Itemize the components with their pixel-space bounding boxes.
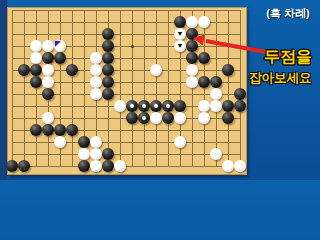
left-border-strip [0,0,7,180]
stone-white [90,52,102,64]
stone-black [42,124,54,136]
stone-white [210,88,222,100]
stone-black [102,160,114,172]
video-frame: { "game": "go", "caption": { "turn_indic… [0,0,320,180]
stone-black [186,52,198,64]
stone-black [30,124,42,136]
stone-white [42,40,54,52]
stone-white [42,112,54,124]
stone-black [6,160,18,172]
stone-white [174,112,186,124]
stone-black-dotted [126,100,138,112]
stone-black [30,76,42,88]
stone-white [90,136,102,148]
go-board[interactable] [7,7,247,175]
stone-black [210,76,222,88]
stone-black [42,88,54,100]
stone-white [78,148,90,160]
stone-black [186,40,198,52]
stone-black [174,100,186,112]
stone-black-dotted [150,100,162,112]
stone-black [174,16,186,28]
stone-black [234,88,246,100]
stone-black [198,52,210,64]
stone-black [18,64,30,76]
stone-black [126,112,138,124]
hint-text-line2: 잡아보세요 [249,70,312,87]
stone-white-last-move [54,40,66,52]
stone-black [54,52,66,64]
stone-white [90,76,102,88]
stone-white-triangle-marked [174,28,186,40]
stone-black-dotted [162,100,174,112]
stone-black [78,160,90,172]
stone-white [222,160,234,172]
stone-white [30,40,42,52]
stone-black [222,100,234,112]
stone-white [198,100,210,112]
stone-black [78,136,90,148]
stone-white [150,112,162,124]
stone-black [162,112,174,124]
stone-black [102,148,114,160]
stone-white [186,64,198,76]
stone-white [54,136,66,148]
hint-text-line1: 두점을 [264,47,312,68]
stone-black [102,28,114,40]
stone-black [102,64,114,76]
stone-black [66,124,78,136]
stone-white-triangle-marked [174,40,186,52]
turn-indicator: (흑 차례) [256,6,320,21]
stone-white [114,160,126,172]
stone-black-dotted [138,100,150,112]
stone-white [174,136,186,148]
stone-black [222,112,234,124]
stone-white [90,64,102,76]
stone-white [210,100,222,112]
stone-white [90,148,102,160]
stone-black [18,160,30,172]
stone-black [102,76,114,88]
stone-black [102,40,114,52]
stone-black [54,124,66,136]
stone-white [90,88,102,100]
star-point [131,45,134,48]
stone-white [198,16,210,28]
stone-white [42,64,54,76]
stone-black [186,28,198,40]
stone-white [210,148,222,160]
stone-white [234,160,246,172]
stone-black [102,88,114,100]
stone-black-dotted [138,112,150,124]
stone-black [102,52,114,64]
stone-white [186,76,198,88]
stone-white [114,100,126,112]
stone-black [66,64,78,76]
stone-black [198,76,210,88]
stone-white [150,64,162,76]
stone-white [186,16,198,28]
stone-white [198,112,210,124]
stone-white [42,76,54,88]
stone-black [30,64,42,76]
stone-white [90,160,102,172]
stone-black [222,64,234,76]
stone-white [30,52,42,64]
stone-black [234,100,246,112]
stone-black [42,52,54,64]
